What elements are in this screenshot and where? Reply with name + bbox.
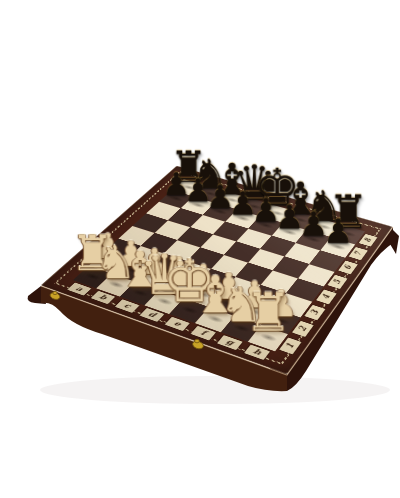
square-f6 [260,236,296,257]
ground-shadow [40,376,390,404]
file-label-b: b [91,291,115,304]
carved-foot-left [28,286,46,304]
chess-board: abcdefgh87654321♜♞♝♛♚♝♞♜♟♟♟♟♟♟♟♟♟♟♟♟♟♟♟♟… [41,166,393,375]
file-label-f: f [191,326,216,341]
chess-set-photo: abcdefgh87654321♜♞♝♛♚♝♞♜♟♟♟♟♟♟♟♟♟♟♟♟♟♟♟♟… [0,0,400,498]
brass-clasp-left [49,291,60,300]
file-label-a: a [67,283,91,296]
carved-foot-right [390,230,399,254]
